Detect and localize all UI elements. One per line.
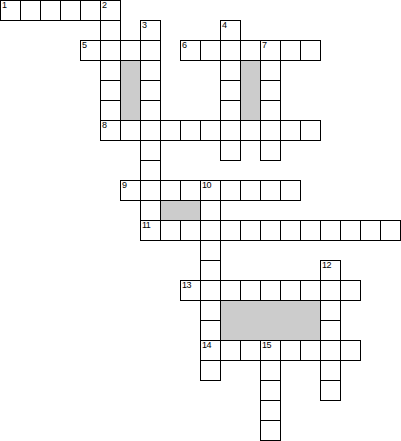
cell-r14-c13[interactable]	[260, 280, 281, 301]
cell-r9-c14[interactable]	[280, 180, 301, 201]
cell-r3-c7[interactable]	[140, 60, 161, 81]
cell-r7-c7[interactable]	[140, 140, 161, 161]
cell-r14-c11[interactable]	[220, 280, 241, 301]
cell-r2-c4[interactable]	[80, 40, 101, 61]
cell-r11-c13[interactable]	[260, 220, 281, 241]
cell-r8-c7[interactable]	[140, 160, 161, 181]
cell-r4-c7[interactable]	[140, 80, 161, 101]
shaded-region-4	[220, 300, 321, 341]
cell-r16-c16[interactable]	[320, 320, 341, 341]
cell-r4-c13[interactable]	[260, 80, 281, 101]
cell-r0-c2[interactable]	[40, 0, 61, 21]
cell-r11-c12[interactable]	[240, 220, 261, 241]
cell-r13-c10[interactable]	[200, 260, 221, 281]
cell-r6-c14[interactable]	[280, 120, 301, 141]
cell-r14-c9[interactable]	[180, 280, 201, 301]
cell-r11-c7[interactable]	[140, 220, 161, 241]
cell-r11-c11[interactable]	[220, 220, 241, 241]
cell-r9-c9[interactable]	[180, 180, 201, 201]
cell-r14-c15[interactable]	[300, 280, 321, 301]
cell-r6-c10[interactable]	[200, 120, 221, 141]
cell-r2-c10[interactable]	[200, 40, 221, 61]
cell-r2-c14[interactable]	[280, 40, 301, 61]
cell-r13-c16[interactable]	[320, 260, 341, 281]
cell-r11-c18[interactable]	[360, 220, 381, 241]
cell-r6-c11[interactable]	[220, 120, 241, 141]
cell-r5-c11[interactable]	[220, 100, 241, 121]
cell-r18-c16[interactable]	[320, 360, 341, 381]
cell-r6-c5[interactable]	[100, 120, 121, 141]
cell-r2-c6[interactable]	[120, 40, 141, 61]
cell-r17-c15[interactable]	[300, 340, 321, 361]
cell-r5-c5[interactable]	[100, 100, 121, 121]
cell-r17-c11[interactable]	[220, 340, 241, 361]
cell-r2-c5[interactable]	[100, 40, 121, 61]
cell-r6-c13[interactable]	[260, 120, 281, 141]
shaded-region-2	[240, 60, 261, 121]
cell-r17-c14[interactable]	[280, 340, 301, 361]
cell-r1-c7[interactable]	[140, 20, 161, 41]
cell-r14-c17[interactable]	[340, 280, 361, 301]
cell-r5-c13[interactable]	[260, 100, 281, 121]
cell-r2-c7[interactable]	[140, 40, 161, 61]
cell-r2-c12[interactable]	[240, 40, 261, 61]
cell-r4-c11[interactable]	[220, 80, 241, 101]
cell-r21-c13[interactable]	[260, 420, 281, 441]
cell-r0-c0[interactable]	[0, 0, 21, 21]
cell-r6-c8[interactable]	[160, 120, 181, 141]
cell-r11-c10[interactable]	[200, 220, 221, 241]
cell-r17-c13[interactable]	[260, 340, 281, 361]
cell-r11-c16[interactable]	[320, 220, 341, 241]
cell-r11-c19[interactable]	[380, 220, 401, 241]
cell-r17-c16[interactable]	[320, 340, 341, 361]
crossword-puzzle: 123456789101112131415	[0, 0, 401, 441]
shaded-region-1	[120, 60, 141, 121]
cell-r9-c6[interactable]	[120, 180, 141, 201]
cell-r6-c15[interactable]	[300, 120, 321, 141]
cell-r3-c13[interactable]	[260, 60, 281, 81]
cell-r10-c10[interactable]	[200, 200, 221, 221]
cell-r14-c14[interactable]	[280, 280, 301, 301]
cell-r6-c9[interactable]	[180, 120, 201, 141]
cell-r9-c8[interactable]	[160, 180, 181, 201]
cell-r4-c5[interactable]	[100, 80, 121, 101]
cell-r2-c9[interactable]	[180, 40, 201, 61]
cell-r15-c10[interactable]	[200, 300, 221, 321]
cell-r14-c10[interactable]	[200, 280, 221, 301]
cell-r7-c13[interactable]	[260, 140, 281, 161]
cell-r14-c16[interactable]	[320, 280, 341, 301]
cell-r9-c13[interactable]	[260, 180, 281, 201]
cell-r10-c7[interactable]	[140, 200, 161, 221]
cell-r17-c17[interactable]	[340, 340, 361, 361]
cell-r11-c8[interactable]	[160, 220, 181, 241]
cell-r17-c12[interactable]	[240, 340, 261, 361]
cell-r0-c5[interactable]	[100, 0, 121, 21]
cell-r11-c15[interactable]	[300, 220, 321, 241]
cell-r3-c5[interactable]	[100, 60, 121, 81]
cell-r6-c6[interactable]	[120, 120, 141, 141]
cell-r11-c14[interactable]	[280, 220, 301, 241]
cell-r0-c4[interactable]	[80, 0, 101, 21]
cell-r1-c11[interactable]	[220, 20, 241, 41]
cell-r3-c11[interactable]	[220, 60, 241, 81]
cell-r7-c11[interactable]	[220, 140, 241, 161]
cell-r18-c13[interactable]	[260, 360, 281, 381]
cell-r17-c10[interactable]	[200, 340, 221, 361]
crossword-grid: 123456789101112131415	[0, 0, 401, 441]
cell-r15-c16[interactable]	[320, 300, 341, 321]
cell-r2-c13[interactable]	[260, 40, 281, 61]
cell-r6-c12[interactable]	[240, 120, 261, 141]
cell-r18-c10[interactable]	[200, 360, 221, 381]
cell-r2-c11[interactable]	[220, 40, 241, 61]
cell-r9-c10[interactable]	[200, 180, 221, 201]
cell-r5-c7[interactable]	[140, 100, 161, 121]
cell-r16-c10[interactable]	[200, 320, 221, 341]
cell-r9-c12[interactable]	[240, 180, 261, 201]
cell-r19-c13[interactable]	[260, 380, 281, 401]
cell-r1-c5[interactable]	[100, 20, 121, 41]
cell-r14-c12[interactable]	[240, 280, 261, 301]
cell-r0-c1[interactable]	[20, 0, 41, 21]
cell-r6-c7[interactable]	[140, 120, 161, 141]
cell-r0-c3[interactable]	[60, 0, 81, 21]
cell-r2-c15[interactable]	[300, 40, 321, 61]
cell-r11-c17[interactable]	[340, 220, 361, 241]
cell-r12-c10[interactable]	[200, 240, 221, 261]
cell-r20-c13[interactable]	[260, 400, 281, 421]
cell-r9-c7[interactable]	[140, 180, 161, 201]
cell-r9-c11[interactable]	[220, 180, 241, 201]
shaded-region-3	[160, 200, 201, 221]
cell-r11-c9[interactable]	[180, 220, 201, 241]
cell-r19-c16[interactable]	[320, 380, 341, 401]
